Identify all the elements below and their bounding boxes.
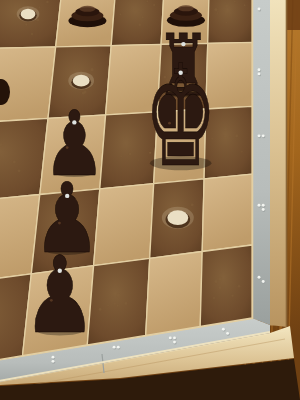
- square-texture: [214, 8, 217, 11]
- braille-dot: [262, 208, 265, 211]
- braille-dot: [173, 341, 176, 344]
- braille-dot: [258, 8, 261, 11]
- wood-highlight: [66, 146, 69, 149]
- braille-dot: [226, 332, 229, 335]
- square-texture: [230, 135, 231, 136]
- square-texture: [18, 169, 21, 172]
- piece-base: [178, 5, 194, 11]
- metal-pin-glint: [65, 194, 69, 198]
- square-texture: [219, 286, 222, 289]
- square-texture: [244, 4, 246, 6]
- frame-right-face: [270, 0, 287, 327]
- metal-pin-glint: [72, 120, 76, 124]
- square-texture: [232, 295, 234, 297]
- piece-base: [79, 6, 95, 12]
- square-texture: [90, 68, 93, 71]
- square-texture: [99, 308, 102, 311]
- braille-dot: [258, 134, 261, 137]
- square-texture: [218, 278, 221, 281]
- square-texture: [226, 22, 227, 23]
- table-dark-corner: [286, 0, 300, 30]
- braille-dot: [173, 336, 176, 339]
- square-texture: [25, 24, 27, 26]
- square-texture: [234, 1, 236, 3]
- metal-pin-glint: [178, 71, 182, 75]
- square-texture: [142, 16, 144, 18]
- braille-dot: [117, 346, 120, 349]
- square-c5r5[interactable]: [200, 245, 252, 327]
- square-c4r5[interactable]: [146, 252, 203, 336]
- square-texture: [120, 14, 122, 16]
- wood-highlight: [58, 222, 61, 225]
- board-scene: ♜♟♚♟♟: [0, 0, 300, 400]
- square-texture: [39, 6, 41, 8]
- square-texture: [213, 297, 215, 299]
- peg-hole: [167, 210, 188, 225]
- braille-dot: [258, 276, 261, 279]
- square-texture: [129, 153, 132, 156]
- metal-pin-glint: [58, 268, 62, 272]
- square-texture: [13, 160, 16, 163]
- peg-hole: [21, 9, 36, 19]
- square-texture: [114, 302, 116, 304]
- square-texture: [31, 33, 33, 35]
- square-texture: [138, 159, 139, 160]
- square-texture: [163, 210, 164, 211]
- braille-dot: [258, 72, 261, 75]
- black-pawn[interactable]: ♟: [23, 234, 97, 357]
- peg-hole: [73, 75, 90, 87]
- square-texture: [117, 294, 120, 297]
- braille-dot: [262, 204, 265, 207]
- braille-dot: [262, 280, 265, 283]
- black-king[interactable]: ♚: [144, 36, 217, 199]
- braille-dot: [52, 360, 55, 363]
- square-texture: [134, 9, 136, 11]
- black-pawn-glyph: ♟: [23, 234, 97, 357]
- square-texture: [120, 155, 122, 157]
- square-texture: [147, 0, 149, 2]
- braille-strip-right: [252, 0, 270, 325]
- square-texture: [235, 135, 238, 138]
- square-texture: [107, 304, 109, 306]
- square-texture: [214, 280, 217, 283]
- square-texture: [153, 4, 155, 6]
- braille-dot: [258, 68, 261, 71]
- square-texture: [139, 24, 141, 26]
- square-texture: [74, 66, 76, 68]
- square-texture: [224, 128, 227, 131]
- braille-dot: [258, 204, 261, 207]
- square-texture: [223, 135, 226, 138]
- square-texture: [217, 12, 218, 13]
- square-texture: [141, 135, 142, 136]
- wood-highlight: [50, 299, 53, 302]
- braille-dot: [169, 336, 172, 339]
- square-texture: [125, 302, 128, 305]
- square-texture: [225, 5, 228, 8]
- black-king-glyph: ♚: [144, 36, 217, 199]
- square-texture: [46, 1, 48, 3]
- braille-dot: [222, 328, 225, 331]
- square-texture: [117, 305, 119, 307]
- board-photo: ♜♟♚♟♟: [0, 0, 300, 400]
- square-texture: [241, 151, 242, 152]
- braille-dot: [262, 134, 265, 137]
- wood-highlight: [168, 122, 171, 125]
- square-texture: [238, 285, 241, 288]
- square-texture: [191, 203, 194, 206]
- braille-dot: [113, 346, 116, 349]
